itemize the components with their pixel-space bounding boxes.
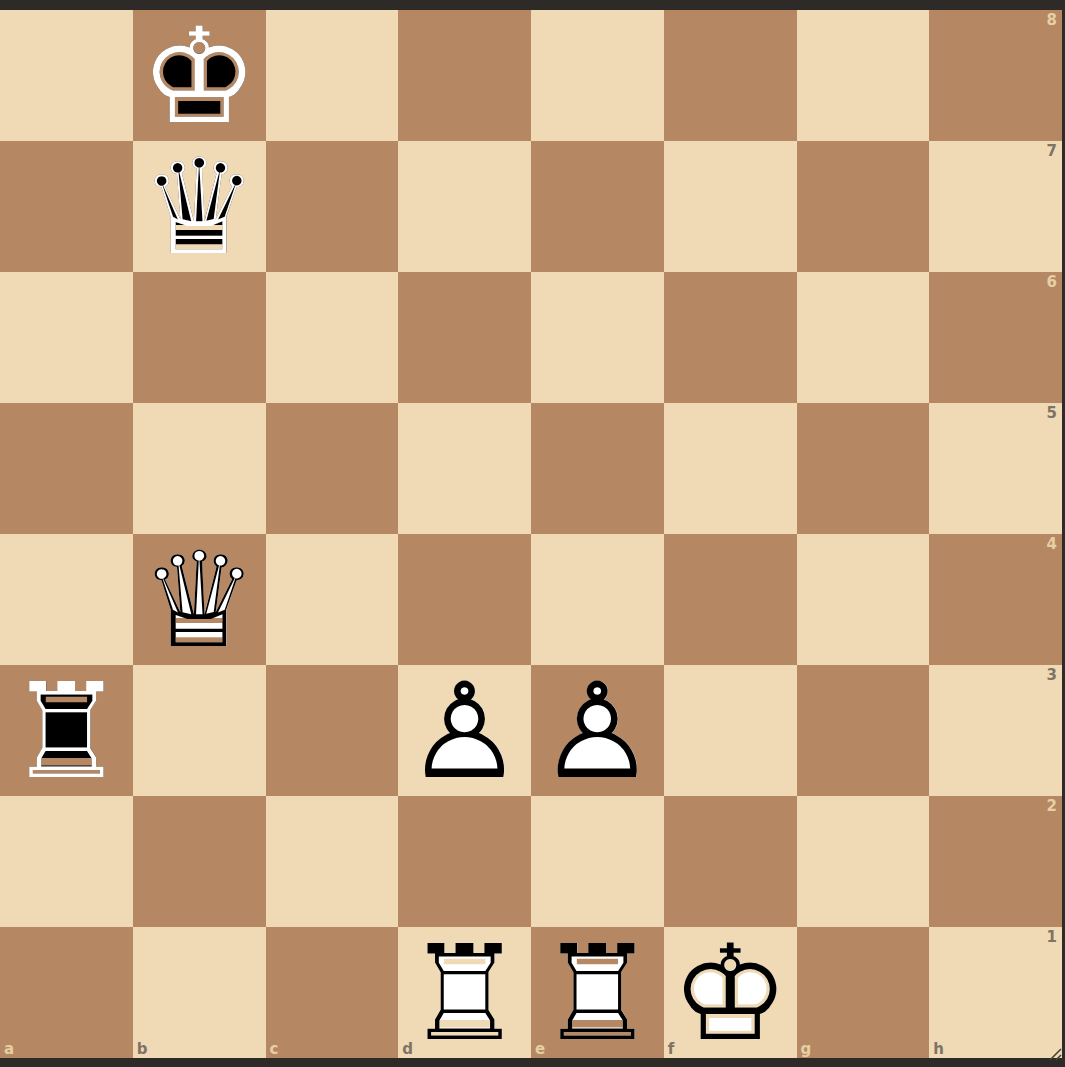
- rank-label-4: 4: [1047, 537, 1057, 552]
- square-g2[interactable]: [797, 796, 930, 927]
- square-e6[interactable]: [531, 272, 664, 403]
- square-a1[interactable]: a: [0, 927, 133, 1058]
- square-f6[interactable]: [664, 272, 797, 403]
- square-d4[interactable]: [398, 534, 531, 665]
- square-b3[interactable]: [133, 665, 266, 796]
- square-d1[interactable]: d♜♖: [398, 927, 531, 1058]
- piece-black-rook[interactable]: ♜♖: [0, 665, 133, 796]
- square-d8[interactable]: [398, 10, 531, 141]
- rank-label-7: 7: [1047, 144, 1057, 159]
- square-h5[interactable]: 5: [929, 403, 1062, 534]
- square-f8[interactable]: [664, 10, 797, 141]
- square-c7[interactable]: [266, 141, 399, 272]
- square-g6[interactable]: [797, 272, 930, 403]
- square-a8[interactable]: [0, 10, 133, 141]
- square-b4[interactable]: ♛♕: [133, 534, 266, 665]
- square-d3[interactable]: ♟♙: [398, 665, 531, 796]
- square-b1[interactable]: b: [133, 927, 266, 1058]
- square-a7[interactable]: [0, 141, 133, 272]
- piece-black-king[interactable]: ♚♔: [133, 10, 266, 141]
- piece-black-queen[interactable]: ♛♕: [133, 141, 266, 272]
- file-label-h: h: [933, 1042, 944, 1057]
- rank-label-8: 8: [1047, 13, 1057, 28]
- square-g1[interactable]: g: [797, 927, 930, 1058]
- piece-white-rook[interactable]: ♜♖: [398, 927, 531, 1058]
- file-label-g: g: [801, 1042, 812, 1057]
- square-c3[interactable]: [266, 665, 399, 796]
- square-c8[interactable]: [266, 10, 399, 141]
- square-c6[interactable]: [266, 272, 399, 403]
- square-e1[interactable]: e♜♖: [531, 927, 664, 1058]
- white-pawn-outline-glyph: ♙: [398, 665, 531, 796]
- square-b2[interactable]: [133, 796, 266, 927]
- square-h8[interactable]: 8: [929, 10, 1062, 141]
- square-a4[interactable]: [0, 534, 133, 665]
- square-h4[interactable]: 4: [929, 534, 1062, 665]
- square-b6[interactable]: [133, 272, 266, 403]
- square-f7[interactable]: [664, 141, 797, 272]
- chess-board: ♚♔8♛♕765♛♕4♜♖♟♙♟♙32abcd♜♖e♜♖f♚♔gh1: [0, 10, 1062, 1058]
- square-h1[interactable]: h1: [929, 927, 1062, 1058]
- white-queen-outline-glyph: ♕: [133, 534, 266, 665]
- square-g8[interactable]: [797, 10, 930, 141]
- square-h3[interactable]: 3: [929, 665, 1062, 796]
- square-h6[interactable]: 6: [929, 272, 1062, 403]
- square-a2[interactable]: [0, 796, 133, 927]
- file-label-c: c: [270, 1042, 279, 1057]
- file-label-a: a: [4, 1042, 14, 1057]
- black-queen-outline-glyph: ♕: [133, 141, 266, 272]
- square-g5[interactable]: [797, 403, 930, 534]
- rank-label-3: 3: [1047, 668, 1057, 683]
- square-e5[interactable]: [531, 403, 664, 534]
- piece-white-pawn[interactable]: ♟♙: [398, 665, 531, 796]
- square-f5[interactable]: [664, 403, 797, 534]
- square-b7[interactable]: ♛♕: [133, 141, 266, 272]
- square-e7[interactable]: [531, 141, 664, 272]
- square-c1[interactable]: c: [266, 927, 399, 1058]
- square-e3[interactable]: ♟♙: [531, 665, 664, 796]
- square-g7[interactable]: [797, 141, 930, 272]
- square-c2[interactable]: [266, 796, 399, 927]
- piece-white-pawn[interactable]: ♟♙: [531, 665, 664, 796]
- chess-app-window: ♚♔8♛♕765♛♕4♜♖♟♙♟♙32abcd♜♖e♜♖f♚♔gh1: [0, 0, 1065, 1067]
- square-g3[interactable]: [797, 665, 930, 796]
- piece-white-king[interactable]: ♚♔: [664, 927, 797, 1058]
- square-c4[interactable]: [266, 534, 399, 665]
- square-d7[interactable]: [398, 141, 531, 272]
- square-f1[interactable]: f♚♔: [664, 927, 797, 1058]
- black-king-outline-glyph: ♔: [133, 10, 266, 141]
- square-e2[interactable]: [531, 796, 664, 927]
- square-d5[interactable]: [398, 403, 531, 534]
- square-c5[interactable]: [266, 403, 399, 534]
- square-d6[interactable]: [398, 272, 531, 403]
- square-g4[interactable]: [797, 534, 930, 665]
- square-e4[interactable]: [531, 534, 664, 665]
- square-f2[interactable]: [664, 796, 797, 927]
- square-h7[interactable]: 7: [929, 141, 1062, 272]
- rank-label-6: 6: [1047, 275, 1057, 290]
- square-a5[interactable]: [0, 403, 133, 534]
- square-b8[interactable]: ♚♔: [133, 10, 266, 141]
- square-b5[interactable]: [133, 403, 266, 534]
- square-a3[interactable]: ♜♖: [0, 665, 133, 796]
- square-h2[interactable]: 2: [929, 796, 1062, 927]
- white-pawn-outline-glyph: ♙: [531, 665, 664, 796]
- square-f4[interactable]: [664, 534, 797, 665]
- piece-white-rook[interactable]: ♜♖: [531, 927, 664, 1058]
- rank-label-5: 5: [1047, 406, 1057, 421]
- square-f3[interactable]: [664, 665, 797, 796]
- white-rook-outline-glyph: ♖: [531, 927, 664, 1058]
- white-rook-outline-glyph: ♖: [398, 927, 531, 1058]
- rank-label-1: 1: [1047, 930, 1057, 945]
- square-e8[interactable]: [531, 10, 664, 141]
- piece-white-queen[interactable]: ♛♕: [133, 534, 266, 665]
- rank-label-2: 2: [1047, 799, 1057, 814]
- white-king-outline-glyph: ♔: [664, 927, 797, 1058]
- file-label-b: b: [137, 1042, 148, 1057]
- resize-grip-icon[interactable]: [1046, 1045, 1062, 1061]
- square-a6[interactable]: [0, 272, 133, 403]
- square-d2[interactable]: [398, 796, 531, 927]
- black-rook-outline-glyph: ♖: [0, 665, 133, 796]
